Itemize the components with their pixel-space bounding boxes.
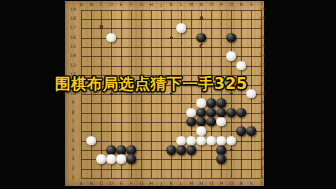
white-stone-d3 bbox=[107, 155, 117, 165]
coordinate-label: M bbox=[189, 2, 193, 7]
black-stone-f3 bbox=[127, 155, 137, 165]
coordinate-label: 19 bbox=[260, 7, 266, 12]
candidate-move-marker-b[interactable]: B bbox=[99, 26, 103, 32]
white-stone-m8 bbox=[187, 108, 197, 118]
coordinate-label: B bbox=[90, 2, 93, 7]
white-stone-n6 bbox=[197, 126, 207, 136]
coordinate-label: A bbox=[80, 181, 83, 186]
coordinate-label: N bbox=[200, 181, 203, 186]
candidate-move-marker-a[interactable]: A bbox=[199, 16, 203, 22]
grid-line-horizontal bbox=[81, 131, 261, 132]
coordinate-label: K bbox=[170, 2, 173, 7]
black-stone-o9 bbox=[207, 98, 217, 108]
coordinate-label: E bbox=[120, 181, 123, 186]
white-stone-d16 bbox=[107, 33, 117, 43]
white-stone-p7 bbox=[217, 117, 227, 127]
black-stone-r8 bbox=[237, 108, 247, 118]
coordinate-label: P bbox=[220, 181, 223, 186]
coordinate-label: C bbox=[100, 2, 103, 7]
coordinate-label: 8 bbox=[72, 110, 75, 115]
coordinate-label: 16 bbox=[70, 35, 76, 40]
coordinate-label: 3 bbox=[72, 157, 75, 162]
grid-line-horizontal bbox=[81, 178, 261, 179]
white-stone-r13 bbox=[237, 61, 247, 71]
coordinate-label: M bbox=[189, 181, 193, 186]
coordinate-label: Q bbox=[229, 2, 233, 7]
coordinate-label: 17 bbox=[260, 26, 266, 31]
coordinate-label: J bbox=[161, 181, 162, 186]
coordinate-label: 7 bbox=[261, 120, 264, 125]
candidate-move-marker-c[interactable]: C bbox=[199, 44, 203, 50]
black-stone-n16 bbox=[197, 33, 207, 43]
coordinate-label: 6 bbox=[72, 129, 75, 134]
coordinate-label: R bbox=[240, 2, 243, 7]
coordinate-label: 5 bbox=[72, 138, 75, 143]
coordinate-label: G bbox=[140, 2, 144, 7]
coordinate-label: C bbox=[100, 181, 103, 186]
black-stone-n7 bbox=[197, 117, 207, 127]
coordinate-label: R bbox=[240, 181, 243, 186]
coordinate-label: 9 bbox=[261, 101, 264, 106]
coordinate-label: 15 bbox=[70, 45, 76, 50]
coordinate-label: E bbox=[120, 2, 123, 7]
white-stone-m5 bbox=[187, 136, 197, 146]
white-stone-q14 bbox=[227, 52, 237, 62]
black-stone-p9 bbox=[217, 98, 227, 108]
coordinate-label: 13 bbox=[70, 64, 76, 69]
coordinate-label: 1 bbox=[72, 176, 75, 181]
coordinate-label: 6 bbox=[261, 129, 264, 134]
black-stone-o8 bbox=[207, 108, 217, 118]
coordinate-label: 1 bbox=[261, 176, 264, 181]
coordinate-label: L bbox=[180, 181, 183, 186]
white-stone-b5 bbox=[87, 136, 97, 146]
black-stone-d4 bbox=[107, 145, 117, 155]
title-overlay: 围棋布局选点猜下一手325 bbox=[55, 74, 315, 95]
coordinate-label: S bbox=[250, 181, 253, 186]
grid-line-horizontal bbox=[81, 103, 261, 104]
coordinate-label: 14 bbox=[70, 54, 76, 59]
black-stone-e4 bbox=[117, 145, 127, 155]
grid-line-horizontal bbox=[81, 122, 261, 123]
coordinate-label: F bbox=[130, 2, 133, 7]
coordinate-label: H bbox=[150, 2, 153, 7]
coordinate-label: S bbox=[250, 2, 253, 7]
black-stone-o7 bbox=[207, 117, 217, 127]
white-stone-n9 bbox=[197, 98, 207, 108]
coordinate-label: 15 bbox=[260, 45, 266, 50]
white-stone-o5 bbox=[207, 136, 217, 146]
coordinate-label: 4 bbox=[72, 148, 75, 153]
black-stone-q8 bbox=[227, 108, 237, 118]
white-stone-l5 bbox=[177, 136, 187, 146]
black-stone-p4 bbox=[217, 145, 227, 155]
black-stone-m4 bbox=[187, 145, 197, 155]
coordinate-label: 8 bbox=[261, 110, 264, 115]
white-stone-c3 bbox=[97, 155, 107, 165]
coordinate-label: 9 bbox=[72, 101, 75, 106]
coordinate-label: O bbox=[209, 181, 213, 186]
coordinate-label: L bbox=[180, 2, 183, 7]
white-stone-q5 bbox=[227, 136, 237, 146]
black-stone-p8 bbox=[217, 108, 227, 118]
grid-line-horizontal bbox=[81, 169, 261, 170]
coordinate-label: B bbox=[90, 181, 93, 186]
coordinate-label: G bbox=[140, 181, 144, 186]
black-stone-r6 bbox=[237, 126, 247, 136]
black-stone-f4 bbox=[127, 145, 137, 155]
coordinate-label: H bbox=[150, 181, 153, 186]
coordinate-label: 19 bbox=[70, 7, 76, 12]
white-stone-e3 bbox=[117, 155, 127, 165]
coordinate-label: 13 bbox=[260, 64, 266, 69]
coordinate-label: T bbox=[260, 181, 263, 186]
black-stone-q16 bbox=[227, 33, 237, 43]
coordinate-label: 2 bbox=[72, 166, 75, 171]
white-stone-p5 bbox=[217, 136, 227, 146]
coordinate-label: Q bbox=[229, 181, 233, 186]
coordinate-label: F bbox=[130, 181, 133, 186]
coordinate-label: 2 bbox=[261, 166, 264, 171]
coordinate-label: J bbox=[161, 2, 162, 7]
coordinate-label: 3 bbox=[261, 157, 264, 162]
white-stone-l17 bbox=[177, 24, 187, 34]
coordinate-label: 5 bbox=[261, 138, 264, 143]
coordinate-label: 7 bbox=[72, 120, 75, 125]
coordinate-label: 18 bbox=[260, 17, 266, 22]
black-stone-m7 bbox=[187, 117, 197, 127]
coordinate-label: O bbox=[209, 2, 213, 7]
coordinate-label: K bbox=[170, 181, 173, 186]
black-stone-k4 bbox=[167, 145, 177, 155]
coordinate-label: 4 bbox=[261, 148, 264, 153]
coordinate-label: 16 bbox=[260, 35, 266, 40]
coordinate-label: D bbox=[110, 181, 114, 186]
coordinate-label: P bbox=[220, 2, 223, 7]
black-stone-p3 bbox=[217, 155, 227, 165]
black-stone-s6 bbox=[247, 126, 257, 136]
coordinate-label: A bbox=[80, 2, 83, 7]
black-stone-n8 bbox=[197, 108, 207, 118]
black-stone-l4 bbox=[177, 145, 187, 155]
coordinate-label: 18 bbox=[70, 17, 76, 22]
coordinate-label: 17 bbox=[70, 26, 76, 31]
coordinate-label: D bbox=[110, 2, 114, 7]
coordinate-label: N bbox=[200, 2, 203, 7]
white-stone-n5 bbox=[197, 136, 207, 146]
coordinate-label: 14 bbox=[260, 54, 266, 59]
screenshot-stage: AABBCCDDEEFFGGHHJJKKLLMMNNOOPPQQRRSSTT19… bbox=[0, 0, 336, 189]
